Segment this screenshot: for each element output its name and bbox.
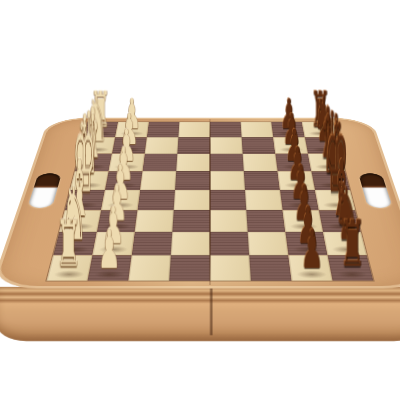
product-photo: ♜♟♟♜♞♟♟♞♝♟♟♝♛♟♟♛♚♟♟♚♝♟♟♝♞♟♟♞♜♟♟♜ xyxy=(0,0,400,400)
apron-fold-seam xyxy=(210,287,212,335)
square-b4[interactable] xyxy=(177,137,210,153)
square-f5[interactable] xyxy=(210,210,248,232)
handle-cutout-left[interactable] xyxy=(27,173,61,207)
square-h8[interactable]: ♜ xyxy=(328,255,374,280)
square-a5[interactable] xyxy=(210,122,242,137)
square-d4[interactable] xyxy=(175,171,210,190)
square-g3[interactable] xyxy=(132,232,173,255)
square-g5[interactable] xyxy=(210,232,249,255)
piece-black-rook-h8[interactable]: ♜ xyxy=(339,213,365,277)
square-g4[interactable] xyxy=(171,232,210,255)
square-c4[interactable] xyxy=(176,154,210,172)
square-h1[interactable]: ♜ xyxy=(47,255,93,280)
square-d3[interactable] xyxy=(140,171,176,190)
handle-cutout-right[interactable] xyxy=(358,173,392,207)
piece-black-pawn-h7[interactable]: ♟ xyxy=(300,223,323,277)
board-scene: ♜♟♟♜♞♟♟♞♝♟♟♝♛♟♟♛♚♟♟♚♝♟♟♝♞♟♟♞♜♟♟♜ xyxy=(0,0,400,400)
square-b5[interactable] xyxy=(210,137,243,153)
square-a6[interactable] xyxy=(241,122,274,137)
square-h7[interactable]: ♟ xyxy=(288,255,332,280)
front-apron xyxy=(0,287,400,341)
square-e5[interactable] xyxy=(210,190,246,210)
square-h2[interactable]: ♟ xyxy=(87,255,131,280)
square-c3[interactable] xyxy=(142,154,177,172)
square-a4[interactable] xyxy=(178,122,210,137)
square-a3[interactable] xyxy=(147,122,180,137)
square-b3[interactable] xyxy=(145,137,179,153)
square-h5[interactable] xyxy=(210,255,251,280)
square-c6[interactable] xyxy=(243,154,278,172)
square-g6[interactable] xyxy=(248,232,289,255)
square-e4[interactable] xyxy=(174,190,210,210)
square-h4[interactable] xyxy=(169,255,210,280)
square-b6[interactable] xyxy=(242,137,276,153)
square-h3[interactable] xyxy=(128,255,170,280)
square-e3[interactable] xyxy=(137,190,175,210)
piece-white-rook-h1[interactable]: ♜ xyxy=(55,213,81,277)
square-e6[interactable] xyxy=(245,190,283,210)
square-f3[interactable] xyxy=(135,210,174,232)
square-c5[interactable] xyxy=(210,154,244,172)
fold-seam xyxy=(209,119,211,285)
square-h6[interactable] xyxy=(249,255,291,280)
square-d6[interactable] xyxy=(244,171,280,190)
square-f4[interactable] xyxy=(172,210,210,232)
square-f6[interactable] xyxy=(246,210,285,232)
piece-white-pawn-h2[interactable]: ♟ xyxy=(97,223,120,277)
square-d5[interactable] xyxy=(210,171,245,190)
chess-board: ♜♟♟♜♞♟♟♞♝♟♟♝♛♟♟♛♚♟♟♚♝♟♟♝♞♟♟♞♜♟♟♜ xyxy=(0,118,400,289)
